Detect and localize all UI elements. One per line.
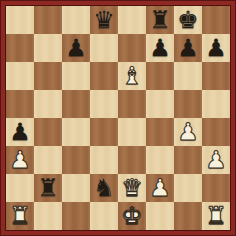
square-f7[interactable]: ♟ (146, 34, 174, 62)
square-g4[interactable]: ♟ (174, 118, 202, 146)
square-b8[interactable] (34, 6, 62, 34)
square-a5[interactable] (6, 90, 34, 118)
piece-black-pawn[interactable]: ♟ (202, 34, 230, 62)
square-e3[interactable] (118, 146, 146, 174)
piece-white-pawn[interactable]: ♟ (174, 118, 202, 146)
board-grid: ♛♜♚♟♟♟♟♝♟♟♟♟♜♞♛♟♜♚♜ (6, 6, 230, 230)
piece-white-pawn[interactable]: ♟ (202, 146, 230, 174)
piece-white-rook[interactable]: ♜ (6, 202, 34, 230)
square-d7[interactable] (90, 34, 118, 62)
square-f3[interactable] (146, 146, 174, 174)
square-c7[interactable]: ♟ (62, 34, 90, 62)
square-a8[interactable] (6, 6, 34, 34)
piece-black-pawn[interactable]: ♟ (174, 34, 202, 62)
piece-white-pawn[interactable]: ♟ (6, 146, 34, 174)
square-f4[interactable] (146, 118, 174, 146)
square-e1[interactable]: ♚ (118, 202, 146, 230)
square-c4[interactable] (62, 118, 90, 146)
square-g7[interactable]: ♟ (174, 34, 202, 62)
square-h8[interactable] (202, 6, 230, 34)
square-g5[interactable] (174, 90, 202, 118)
square-d5[interactable] (90, 90, 118, 118)
square-h5[interactable] (202, 90, 230, 118)
square-d2[interactable]: ♞ (90, 174, 118, 202)
piece-white-rook[interactable]: ♜ (202, 202, 230, 230)
square-c3[interactable] (62, 146, 90, 174)
square-a1[interactable]: ♜ (6, 202, 34, 230)
square-b3[interactable] (34, 146, 62, 174)
square-a6[interactable] (6, 62, 34, 90)
square-f8[interactable]: ♜ (146, 6, 174, 34)
square-a4[interactable]: ♟ (6, 118, 34, 146)
piece-black-rook[interactable]: ♜ (146, 6, 174, 34)
piece-black-king[interactable]: ♚ (174, 6, 202, 34)
piece-white-queen[interactable]: ♛ (118, 174, 146, 202)
square-h1[interactable]: ♜ (202, 202, 230, 230)
square-f1[interactable] (146, 202, 174, 230)
square-b2[interactable]: ♜ (34, 174, 62, 202)
square-b1[interactable] (34, 202, 62, 230)
square-e7[interactable] (118, 34, 146, 62)
piece-white-bishop[interactable]: ♝ (118, 62, 146, 90)
square-e5[interactable] (118, 90, 146, 118)
square-c6[interactable] (62, 62, 90, 90)
square-c2[interactable] (62, 174, 90, 202)
piece-black-queen[interactable]: ♛ (90, 6, 118, 34)
square-c8[interactable] (62, 6, 90, 34)
square-h2[interactable] (202, 174, 230, 202)
square-e8[interactable] (118, 6, 146, 34)
square-a3[interactable]: ♟ (6, 146, 34, 174)
piece-black-pawn[interactable]: ♟ (62, 34, 90, 62)
square-b7[interactable] (34, 34, 62, 62)
square-h4[interactable] (202, 118, 230, 146)
square-b4[interactable] (34, 118, 62, 146)
square-e4[interactable] (118, 118, 146, 146)
square-h6[interactable] (202, 62, 230, 90)
piece-white-king[interactable]: ♚ (118, 202, 146, 230)
square-f2[interactable]: ♟ (146, 174, 174, 202)
square-f5[interactable] (146, 90, 174, 118)
square-d3[interactable] (90, 146, 118, 174)
square-b6[interactable] (34, 62, 62, 90)
square-c5[interactable] (62, 90, 90, 118)
square-g1[interactable] (174, 202, 202, 230)
square-d6[interactable] (90, 62, 118, 90)
square-g3[interactable] (174, 146, 202, 174)
square-d1[interactable] (90, 202, 118, 230)
piece-black-rook[interactable]: ♜ (34, 174, 62, 202)
square-h3[interactable]: ♟ (202, 146, 230, 174)
square-d8[interactable]: ♛ (90, 6, 118, 34)
square-c1[interactable] (62, 202, 90, 230)
chess-board: ♛♜♚♟♟♟♟♝♟♟♟♟♜♞♛♟♜♚♜ (0, 0, 236, 236)
piece-white-pawn[interactable]: ♟ (146, 174, 174, 202)
square-h7[interactable]: ♟ (202, 34, 230, 62)
square-g6[interactable] (174, 62, 202, 90)
square-b5[interactable] (34, 90, 62, 118)
square-d4[interactable] (90, 118, 118, 146)
square-e2[interactable]: ♛ (118, 174, 146, 202)
square-f6[interactable] (146, 62, 174, 90)
square-a2[interactable] (6, 174, 34, 202)
square-g2[interactable] (174, 174, 202, 202)
piece-black-pawn[interactable]: ♟ (6, 118, 34, 146)
square-g8[interactable]: ♚ (174, 6, 202, 34)
piece-black-knight[interactable]: ♞ (90, 174, 118, 202)
piece-black-pawn[interactable]: ♟ (146, 34, 174, 62)
square-a7[interactable] (6, 34, 34, 62)
square-e6[interactable]: ♝ (118, 62, 146, 90)
